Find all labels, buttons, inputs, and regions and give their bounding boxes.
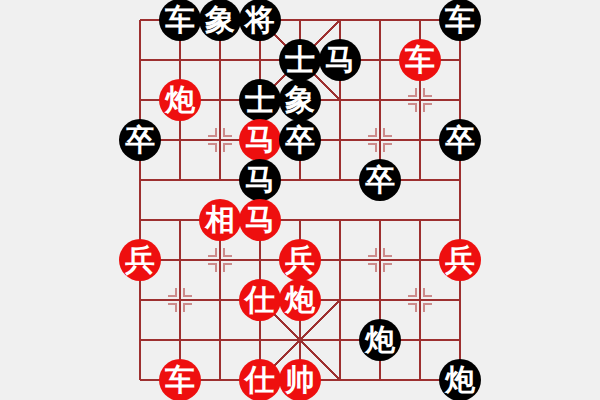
piece-red-pawn[interactable]: 兵	[119, 239, 161, 281]
piece-red-cannon[interactable]: 炮	[159, 79, 201, 121]
piece-black-cannon[interactable]: 炮	[439, 359, 481, 400]
piece-red-chariot[interactable]: 车	[159, 359, 201, 400]
piece-black-pawn[interactable]: 卒	[439, 119, 481, 161]
piece-red-chariot[interactable]: 车	[399, 39, 441, 81]
piece-black-pawn[interactable]: 卒	[279, 119, 321, 161]
piece-black-cannon[interactable]: 炮	[359, 319, 401, 361]
piece-black-chariot[interactable]: 车	[159, 0, 201, 41]
piece-red-pawn[interactable]: 兵	[279, 239, 321, 281]
piece-black-chariot[interactable]: 车	[439, 0, 481, 41]
piece-black-pawn[interactable]: 卒	[359, 159, 401, 201]
piece-red-horse[interactable]: 马	[239, 199, 281, 241]
piece-black-horse[interactable]: 马	[319, 39, 361, 81]
piece-black-advisor[interactable]: 士	[239, 79, 281, 121]
piece-black-horse[interactable]: 马	[239, 159, 281, 201]
piece-red-horse[interactable]: 马	[239, 119, 281, 161]
piece-red-advisor[interactable]: 仕	[239, 359, 281, 400]
xiangqi-board: 车象将车士马车炮士象卒马卒卒马卒相马兵兵兵仕炮炮车仕帅炮	[0, 0, 600, 400]
piece-black-advisor[interactable]: 士	[279, 39, 321, 81]
piece-red-general[interactable]: 帅	[279, 359, 321, 400]
board-pieces: 车象将车士马车炮士象卒马卒卒马卒相马兵兵兵仕炮炮车仕帅炮	[120, 0, 480, 400]
piece-red-cannon[interactable]: 炮	[279, 279, 321, 321]
piece-red-pawn[interactable]: 兵	[439, 239, 481, 281]
piece-black-pawn[interactable]: 卒	[119, 119, 161, 161]
piece-red-elephant[interactable]: 相	[199, 199, 241, 241]
piece-red-advisor[interactable]: 仕	[239, 279, 281, 321]
piece-black-elephant[interactable]: 象	[279, 79, 321, 121]
piece-black-elephant[interactable]: 象	[199, 0, 241, 41]
piece-black-general[interactable]: 将	[239, 0, 281, 41]
